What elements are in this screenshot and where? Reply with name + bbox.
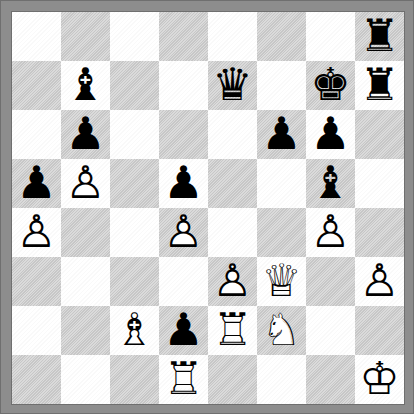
- square-d7[interactable]: [159, 61, 208, 110]
- square-h1[interactable]: ♚♔: [355, 355, 404, 404]
- square-a8[interactable]: [12, 12, 61, 61]
- square-d2[interactable]: ♟: [159, 306, 208, 355]
- square-h2[interactable]: [355, 306, 404, 355]
- pawn-glyph: ♟: [12, 159, 61, 208]
- pawn-outline-layer: ♙: [159, 208, 208, 257]
- square-b4[interactable]: [61, 208, 110, 257]
- pawn-outline-layer: ♙: [61, 159, 110, 208]
- square-h3[interactable]: ♟♙: [355, 257, 404, 306]
- square-f3[interactable]: ♛♕: [257, 257, 306, 306]
- piece-white-rook: ♜♖: [208, 306, 257, 355]
- piece-black-bishop: ♝: [61, 61, 110, 110]
- square-h8[interactable]: ♜: [355, 12, 404, 61]
- square-e6[interactable]: [208, 110, 257, 159]
- bishop-glyph: ♝: [61, 61, 110, 110]
- piece-white-rook: ♜♖: [159, 355, 208, 404]
- pawn-outline-layer: ♙: [355, 257, 404, 306]
- square-g6[interactable]: ♟: [306, 110, 355, 159]
- square-h5[interactable]: [355, 159, 404, 208]
- pawn-glyph: ♟: [257, 110, 306, 159]
- square-b6[interactable]: ♟: [61, 110, 110, 159]
- square-f5[interactable]: [257, 159, 306, 208]
- square-c3[interactable]: [110, 257, 159, 306]
- square-c6[interactable]: [110, 110, 159, 159]
- pawn-glyph: ♟: [306, 110, 355, 159]
- square-e5[interactable]: [208, 159, 257, 208]
- queen-outline-layer: ♕: [257, 257, 306, 306]
- piece-black-pawn: ♟: [159, 306, 208, 355]
- piece-white-pawn: ♟♙: [61, 159, 110, 208]
- piece-white-knight: ♞♘: [257, 306, 306, 355]
- knight-outline-layer: ♘: [257, 306, 306, 355]
- rook-outline-layer: ♖: [159, 355, 208, 404]
- piece-black-bishop: ♝: [306, 159, 355, 208]
- square-e2[interactable]: ♜♖: [208, 306, 257, 355]
- square-a4[interactable]: ♟♙: [12, 208, 61, 257]
- square-d1[interactable]: ♜♖: [159, 355, 208, 404]
- queen-glyph: ♛: [208, 61, 257, 110]
- square-a6[interactable]: [12, 110, 61, 159]
- square-e7[interactable]: ♛: [208, 61, 257, 110]
- square-a5[interactable]: ♟: [12, 159, 61, 208]
- square-f2[interactable]: ♞♘: [257, 306, 306, 355]
- square-a2[interactable]: [12, 306, 61, 355]
- square-h4[interactable]: [355, 208, 404, 257]
- square-e8[interactable]: [208, 12, 257, 61]
- bishop-outline-layer: ♗: [110, 306, 159, 355]
- square-e3[interactable]: ♟♙: [208, 257, 257, 306]
- rook-glyph: ♜: [355, 61, 404, 110]
- board: ♜♝♛♚♜♟♟♟♟♟♙♟♝♟♙♟♙♟♙♟♙♛♕♟♙♝♗♟♜♖♞♘♜♖♚♔: [11, 11, 405, 405]
- square-d4[interactable]: ♟♙: [159, 208, 208, 257]
- pawn-glyph: ♟: [159, 159, 208, 208]
- rook-glyph: ♜: [355, 12, 404, 61]
- pawn-outline-layer: ♙: [306, 208, 355, 257]
- piece-black-pawn: ♟: [12, 159, 61, 208]
- square-c1[interactable]: [110, 355, 159, 404]
- square-g7[interactable]: ♚: [306, 61, 355, 110]
- chess-board-frame: ♜♝♛♚♜♟♟♟♟♟♙♟♝♟♙♟♙♟♙♟♙♛♕♟♙♝♗♟♜♖♞♘♜♖♚♔: [0, 0, 414, 414]
- square-d6[interactable]: [159, 110, 208, 159]
- piece-black-queen: ♛: [208, 61, 257, 110]
- bishop-glyph: ♝: [306, 159, 355, 208]
- square-f4[interactable]: [257, 208, 306, 257]
- piece-white-pawn: ♟♙: [355, 257, 404, 306]
- piece-white-pawn: ♟♙: [12, 208, 61, 257]
- square-g5[interactable]: ♝: [306, 159, 355, 208]
- pawn-glyph: ♟: [61, 110, 110, 159]
- square-a7[interactable]: [12, 61, 61, 110]
- piece-black-king: ♚: [306, 61, 355, 110]
- piece-black-pawn: ♟: [306, 110, 355, 159]
- square-e4[interactable]: [208, 208, 257, 257]
- square-d5[interactable]: ♟: [159, 159, 208, 208]
- square-b1[interactable]: [61, 355, 110, 404]
- piece-white-pawn: ♟♙: [208, 257, 257, 306]
- square-h6[interactable]: [355, 110, 404, 159]
- square-f7[interactable]: [257, 61, 306, 110]
- square-g4[interactable]: ♟♙: [306, 208, 355, 257]
- piece-black-pawn: ♟: [159, 159, 208, 208]
- square-b2[interactable]: [61, 306, 110, 355]
- pawn-outline-layer: ♙: [12, 208, 61, 257]
- piece-white-pawn: ♟♙: [159, 208, 208, 257]
- square-e1[interactable]: [208, 355, 257, 404]
- piece-white-king: ♚♔: [355, 355, 404, 404]
- piece-white-queen: ♛♕: [257, 257, 306, 306]
- pawn-glyph: ♟: [159, 306, 208, 355]
- square-g2[interactable]: [306, 306, 355, 355]
- square-h7[interactable]: ♜: [355, 61, 404, 110]
- square-c2[interactable]: ♝♗: [110, 306, 159, 355]
- square-b3[interactable]: [61, 257, 110, 306]
- square-c4[interactable]: [110, 208, 159, 257]
- piece-white-bishop: ♝♗: [110, 306, 159, 355]
- square-f8[interactable]: [257, 12, 306, 61]
- square-g3[interactable]: [306, 257, 355, 306]
- square-b8[interactable]: [61, 12, 110, 61]
- square-d8[interactable]: [159, 12, 208, 61]
- square-f6[interactable]: ♟: [257, 110, 306, 159]
- piece-white-pawn: ♟♙: [306, 208, 355, 257]
- piece-black-rook: ♜: [355, 61, 404, 110]
- square-a3[interactable]: [12, 257, 61, 306]
- square-d3[interactable]: [159, 257, 208, 306]
- square-c5[interactable]: [110, 159, 159, 208]
- king-outline-layer: ♔: [355, 355, 404, 404]
- piece-black-pawn: ♟: [257, 110, 306, 159]
- square-b7[interactable]: ♝: [61, 61, 110, 110]
- piece-black-pawn: ♟: [61, 110, 110, 159]
- rook-outline-layer: ♖: [208, 306, 257, 355]
- square-f1[interactable]: [257, 355, 306, 404]
- king-glyph: ♚: [306, 61, 355, 110]
- square-a1[interactable]: [12, 355, 61, 404]
- square-c8[interactable]: [110, 12, 159, 61]
- square-c7[interactable]: [110, 61, 159, 110]
- square-b5[interactable]: ♟♙: [61, 159, 110, 208]
- square-g8[interactable]: [306, 12, 355, 61]
- pawn-outline-layer: ♙: [208, 257, 257, 306]
- piece-black-rook: ♜: [355, 12, 404, 61]
- square-g1[interactable]: [306, 355, 355, 404]
